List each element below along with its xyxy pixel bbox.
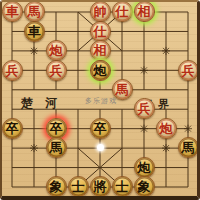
- piece-red-advisor[interactable]: 仕: [112, 1, 133, 22]
- piece-red-elephant[interactable]: 相: [134, 1, 155, 22]
- piece-black-horse[interactable]: 馬: [46, 137, 67, 158]
- piece-red-soldier[interactable]: 兵: [2, 60, 23, 81]
- piece-red-soldier[interactable]: 兵: [46, 60, 67, 81]
- piece-black-advisor[interactable]: 士: [68, 176, 89, 197]
- piece-black-elephant[interactable]: 象: [46, 176, 67, 197]
- piece-red-soldier[interactable]: 兵: [178, 60, 199, 81]
- piece-red-general[interactable]: 帥: [90, 1, 111, 22]
- piece-black-soldier[interactable]: 卒: [46, 118, 67, 139]
- piece-red-cannon[interactable]: 炮: [46, 40, 67, 61]
- piece-red-chariot[interactable]: 車: [2, 1, 23, 22]
- piece-black-soldier[interactable]: 卒: [90, 118, 111, 139]
- piece-red-horse[interactable]: 馬: [24, 1, 45, 22]
- river-label-left: 楚河: [21, 95, 69, 112]
- piece-red-elephant[interactable]: 相: [90, 40, 111, 61]
- xiangqi-board[interactable]: 楚河 汉界 多乐游戏 車馬帥仕相車仕炮相兵兵炮兵馬兵卒卒卒炮馬馬炮象士將士象: [0, 0, 200, 200]
- piece-red-horse[interactable]: 馬: [112, 79, 133, 100]
- piece-red-soldier[interactable]: 兵: [134, 98, 155, 119]
- piece-black-cannon[interactable]: 炮: [134, 157, 155, 178]
- piece-black-cannon[interactable]: 炮: [90, 60, 111, 81]
- watermark-text: 多乐游戏: [85, 96, 117, 106]
- piece-red-cannon[interactable]: 炮: [156, 118, 177, 139]
- piece-black-elephant[interactable]: 象: [134, 176, 155, 197]
- piece-black-chariot[interactable]: 車: [24, 21, 45, 42]
- piece-black-soldier[interactable]: 卒: [2, 118, 23, 139]
- piece-black-horse[interactable]: 馬: [178, 137, 199, 158]
- piece-black-general[interactable]: 將: [90, 176, 111, 197]
- last-move-dot: [97, 144, 104, 151]
- piece-red-advisor[interactable]: 仕: [90, 21, 111, 42]
- piece-black-advisor[interactable]: 士: [112, 176, 133, 197]
